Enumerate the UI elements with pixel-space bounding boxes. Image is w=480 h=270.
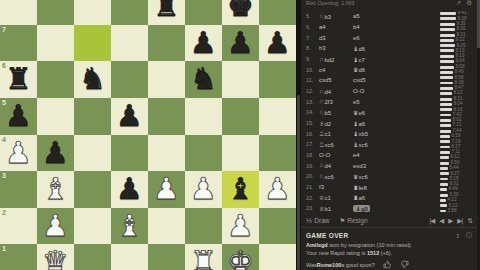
white-move[interactable]: ♕c1 bbox=[319, 194, 353, 201]
sportsmanship-row: Was Rome100 a good sport? bbox=[306, 260, 472, 269]
move-number: 19. bbox=[306, 163, 319, 169]
move-clocks: 8:588:38 bbox=[440, 76, 477, 86]
game-over-section: GAME OVER ⇪ ⓘ Amilxgd won by resignation… bbox=[301, 227, 477, 270]
white-move[interactable]: ♘d4 bbox=[319, 88, 353, 95]
piece-figurine: ♜ bbox=[353, 194, 358, 201]
square-e1[interactable]: e bbox=[148, 244, 185, 270]
white-time-bar bbox=[440, 204, 447, 207]
move-clocks: 9:419:38 bbox=[440, 11, 477, 21]
nav-forward-button[interactable]: ▶ bbox=[448, 217, 452, 225]
square-g5[interactable] bbox=[222, 98, 259, 135]
winner-name: Amilxgd bbox=[306, 242, 328, 248]
opening-name: Réti Opening: 1.Nf3 bbox=[306, 0, 354, 6]
piece-black-pawn-h7[interactable]: ♟ bbox=[259, 25, 296, 62]
black-time-bar bbox=[440, 28, 455, 31]
black-move[interactable]: e5 bbox=[353, 99, 387, 105]
black-time-bar bbox=[440, 210, 446, 213]
white-time-bar bbox=[440, 183, 448, 186]
move-row-17: 17.♖xc6♝xc67:296:37 bbox=[301, 139, 477, 150]
opponent-name: Rome100 bbox=[317, 262, 341, 268]
resign-button[interactable]: ⚑ Resign bbox=[339, 217, 367, 225]
square-b8[interactable] bbox=[37, 0, 74, 25]
white-time-bar bbox=[440, 34, 455, 37]
move-number: 17. bbox=[306, 141, 319, 147]
square-d8[interactable] bbox=[111, 0, 148, 25]
nav-last-button[interactable]: ▶| bbox=[457, 217, 462, 225]
app-window: 87654321abcdefgh♜♚♟♟♟♜♞♞♟♟♟♟♝♟♟♟♝♟♟♝♟♛♜♚… bbox=[0, 0, 480, 270]
piece-black-rook-e8[interactable]: ♜ bbox=[148, 0, 185, 25]
rank-label-1: 1 bbox=[2, 245, 6, 252]
piece-figurine: ♝ bbox=[353, 130, 358, 137]
black-time-bar bbox=[440, 199, 446, 202]
piece-figurine: ♘ bbox=[319, 162, 324, 169]
black-time: 3:58 bbox=[448, 209, 457, 214]
info-icon[interactable]: ⓘ bbox=[466, 231, 472, 240]
thumbs-up-button[interactable] bbox=[383, 260, 392, 269]
piece-black-knight-c6[interactable]: ♞ bbox=[74, 61, 111, 98]
piece-figurine: ♘ bbox=[319, 109, 324, 116]
white-move[interactable]: ♗d2 bbox=[319, 120, 353, 127]
black-time-bar bbox=[440, 124, 451, 127]
rank-label-2: 2 bbox=[2, 209, 6, 216]
black-time: 8:49 bbox=[455, 70, 464, 75]
piece-white-pawn-e3[interactable]: ♟ bbox=[148, 171, 185, 208]
black-time: 4:22 bbox=[448, 198, 457, 203]
square-h2[interactable] bbox=[259, 208, 296, 245]
piece-white-rook-f1[interactable]: ♜ bbox=[185, 244, 222, 270]
share-game-icon[interactable]: ⇪ bbox=[455, 232, 460, 239]
square-e2[interactable] bbox=[148, 208, 185, 245]
white-move[interactable]: ♘d4 bbox=[319, 162, 353, 169]
black-time-bar bbox=[440, 103, 452, 106]
piece-white-bishop-d2[interactable]: ♝ bbox=[111, 208, 148, 245]
chess-board[interactable]: 87654321abcdefgh♜♚♟♟♟♜♞♞♟♟♟♟♝♟♟♟♝♟♟♝♟♛♜♚ bbox=[0, 0, 296, 270]
black-time: 9:22 bbox=[456, 38, 465, 43]
piece-white-king-g1[interactable]: ♚ bbox=[222, 244, 259, 270]
black-time-bar bbox=[440, 39, 454, 42]
move-number: 20. bbox=[306, 173, 319, 179]
move-row-15: 15.♗d2♝a68:027:21 bbox=[301, 118, 477, 129]
white-time-bar bbox=[440, 44, 455, 47]
thumbs-down-button[interactable] bbox=[400, 260, 409, 269]
white-move[interactable]: a4 bbox=[319, 24, 353, 30]
black-time-bar bbox=[440, 92, 452, 95]
white-time-bar bbox=[440, 12, 456, 15]
black-time-bar bbox=[440, 167, 448, 170]
move-clocks: 6:014:49 bbox=[440, 182, 477, 192]
result-line: Amilxgd won by resignation (10 min rated… bbox=[306, 242, 472, 249]
move-number: 22. bbox=[306, 195, 319, 201]
square-a3[interactable]: 3 bbox=[0, 171, 37, 208]
piece-white-bishop-b3[interactable]: ♝ bbox=[37, 171, 74, 208]
square-e4[interactable] bbox=[148, 135, 185, 172]
move-clocks: 9:259:13 bbox=[440, 44, 477, 54]
game-over-title: GAME OVER ⇪ ⓘ bbox=[306, 231, 472, 240]
white-move[interactable]: O-O bbox=[319, 152, 353, 158]
black-time: 8:04 bbox=[454, 102, 463, 107]
white-move[interactable]: ♕b1 bbox=[319, 205, 353, 212]
piece-figurine: ♛ bbox=[353, 109, 358, 116]
piece-black-knight-f6[interactable]: ♞ bbox=[185, 61, 222, 98]
white-time-bar bbox=[440, 140, 450, 143]
move-clocks: 8:027:21 bbox=[440, 118, 477, 128]
square-d7[interactable] bbox=[111, 25, 148, 62]
white-move[interactable]: ♘b3 bbox=[319, 13, 353, 20]
square-c8[interactable] bbox=[74, 0, 111, 25]
current-move-chip[interactable]: ♝g3 bbox=[353, 205, 370, 212]
white-time-bar bbox=[440, 162, 449, 165]
move-number: 15. bbox=[306, 120, 319, 126]
move-clocks: 7:296:37 bbox=[440, 140, 477, 150]
square-h6[interactable] bbox=[259, 61, 296, 98]
black-move[interactable]: ♝xb5 bbox=[353, 130, 387, 137]
move-clocks: 6:275:15 bbox=[440, 172, 477, 182]
square-c1[interactable]: c bbox=[74, 244, 111, 270]
move-clocks: 9:359:30 bbox=[440, 22, 477, 32]
move-number: 5. bbox=[306, 13, 319, 19]
move-row-11: 11.cxd5cxd58:588:38 bbox=[301, 75, 477, 86]
black-move[interactable]: ♝a6 bbox=[353, 120, 387, 127]
piece-figurine: ♝ bbox=[353, 45, 358, 52]
black-time-bar bbox=[440, 17, 456, 20]
move-number: 14. bbox=[306, 109, 319, 115]
black-move[interactable]: ♝c7 bbox=[353, 56, 387, 63]
square-b6[interactable] bbox=[37, 61, 74, 98]
move-number: 8. bbox=[306, 45, 319, 51]
nav-first-button[interactable]: |◀ bbox=[429, 217, 434, 225]
black-move[interactable]: ♝xc6 bbox=[353, 141, 387, 148]
piece-figurine: ♝ bbox=[356, 205, 361, 212]
piece-white-pawn-a4[interactable]: ♟ bbox=[0, 135, 37, 172]
square-f8[interactable] bbox=[185, 0, 222, 25]
square-c3[interactable] bbox=[74, 171, 111, 208]
white-move[interactable]: h3 bbox=[319, 45, 353, 51]
black-move[interactable]: ♜fe8 bbox=[353, 184, 387, 191]
square-f2[interactable] bbox=[185, 208, 222, 245]
square-e6[interactable] bbox=[148, 61, 185, 98]
move-row-13: 13.♘2f3e58:318:04 bbox=[301, 96, 477, 107]
black-time-bar bbox=[440, 146, 450, 149]
square-e7[interactable] bbox=[148, 25, 185, 62]
move-list-panel: Réti Opening: 1.Nf3 ↗ ⚙ 5.♘b3a59:419:386… bbox=[301, 0, 477, 270]
piece-figurine: ♘ bbox=[319, 88, 324, 95]
square-g4[interactable] bbox=[222, 135, 259, 172]
black-move[interactable]: e6 bbox=[353, 35, 387, 41]
white-move[interactable]: cxd5 bbox=[319, 77, 353, 83]
nav-back-button[interactable]: ◀ bbox=[439, 217, 443, 225]
move-row-7: 7.d3e69:319:22 bbox=[301, 32, 477, 43]
square-a2[interactable]: 2 bbox=[0, 208, 37, 245]
black-move[interactable]: ♝d6 bbox=[353, 45, 387, 52]
move-number: 13. bbox=[306, 99, 319, 105]
black-time-bar bbox=[440, 114, 451, 117]
move-clocks: 7:116:12 bbox=[440, 150, 477, 160]
move-number: 11. bbox=[306, 77, 319, 83]
piece-white-pawn-b2[interactable]: ♟ bbox=[37, 208, 74, 245]
black-move[interactable]: cxd5 bbox=[353, 77, 387, 83]
piece-figurine: ♕ bbox=[319, 205, 324, 212]
white-time-bar bbox=[440, 108, 452, 111]
white-time-bar bbox=[440, 172, 449, 175]
white-move[interactable]: c4 bbox=[319, 67, 353, 73]
share-icon[interactable]: ↗ bbox=[456, 0, 461, 7]
move-row-14: 14.♘b5♛e68:167:42 bbox=[301, 107, 477, 118]
black-time-bar bbox=[440, 135, 450, 138]
white-move[interactable]: ♘b5 bbox=[319, 109, 353, 116]
square-a1[interactable]: 1a bbox=[0, 244, 37, 270]
move-list: 5.♘b3a59:419:386.a4b49:359:307.d3e69:319… bbox=[301, 11, 477, 214]
square-c5[interactable] bbox=[74, 98, 111, 135]
piece-figurine: ♖ bbox=[319, 130, 324, 137]
piece-black-pawn-d5[interactable]: ♟ bbox=[111, 98, 148, 135]
piece-figurine: ♛ bbox=[353, 173, 358, 180]
square-a7[interactable]: 7 bbox=[0, 25, 37, 62]
black-time-bar bbox=[440, 71, 453, 74]
white-move[interactable]: ♘xc6 bbox=[319, 173, 353, 180]
piece-figurine: ♘ bbox=[319, 173, 324, 180]
piece-figurine: ♘ bbox=[319, 98, 324, 105]
black-move[interactable]: O-O bbox=[353, 88, 387, 94]
square-g6[interactable] bbox=[222, 61, 259, 98]
move-number: 12. bbox=[306, 88, 319, 94]
piece-white-pawn-f3[interactable]: ♟ bbox=[185, 171, 222, 208]
move-clocks: 9:199:04 bbox=[440, 54, 477, 64]
piece-figurine: ♝ bbox=[353, 120, 358, 127]
black-move[interactable]: a5 bbox=[353, 13, 387, 19]
white-time-bar bbox=[440, 130, 451, 133]
move-clocks: 8:318:04 bbox=[440, 97, 477, 107]
black-move[interactable]: ♜a6 bbox=[353, 194, 387, 201]
piece-black-rook-a6[interactable]: ♜ bbox=[0, 61, 37, 98]
move-clocks: 6:505:44 bbox=[440, 161, 477, 171]
move-clocks: 5:364:22 bbox=[440, 193, 477, 203]
move-row-23: 23.♕b1♝g35:123:58 bbox=[301, 203, 477, 214]
square-d4[interactable] bbox=[111, 135, 148, 172]
scrollbar-thumb[interactable] bbox=[297, 95, 300, 270]
square-b5[interactable] bbox=[37, 98, 74, 135]
move-row-9: 9.♘bd2♝c79:199:04 bbox=[301, 54, 477, 65]
move-row-5: 5.♘b3a59:419:38 bbox=[301, 11, 477, 22]
rank-label-7: 7 bbox=[2, 26, 6, 33]
move-number: 23. bbox=[306, 205, 319, 211]
black-move[interactable]: exd3 bbox=[353, 163, 387, 169]
move-row-6: 6.a4b49:359:30 bbox=[301, 22, 477, 33]
move-clocks: 5:123:58 bbox=[440, 204, 477, 214]
square-f4[interactable] bbox=[185, 135, 222, 172]
black-time-bar bbox=[440, 60, 454, 63]
move-row-22: 22.♕c1♜a65:364:22 bbox=[301, 192, 477, 203]
piece-white-pawn-h3[interactable]: ♟ bbox=[259, 171, 296, 208]
move-number: 18. bbox=[306, 152, 319, 158]
square-c7[interactable] bbox=[74, 25, 111, 62]
black-time: 5:44 bbox=[450, 166, 459, 171]
square-a8[interactable]: 8 bbox=[0, 0, 37, 25]
black-move[interactable]: ♛e6 bbox=[353, 109, 387, 116]
piece-black-pawn-b4[interactable]: ♟ bbox=[37, 135, 74, 172]
move-number: 6. bbox=[306, 24, 319, 30]
move-row-19: 19.♘d4exd36:505:44 bbox=[301, 160, 477, 171]
move-clocks: 9:088:49 bbox=[440, 65, 477, 75]
square-f5[interactable] bbox=[185, 98, 222, 135]
white-move[interactable]: ♖xc6 bbox=[319, 141, 353, 148]
move-clocks: 8:478:22 bbox=[440, 86, 477, 96]
move-number: 16. bbox=[306, 131, 319, 137]
flag-icon: ⚑ bbox=[339, 217, 345, 225]
piece-figurine: ♘ bbox=[319, 13, 324, 20]
black-move[interactable]: ♛xc6 bbox=[353, 173, 387, 180]
piece-figurine: ♕ bbox=[319, 194, 324, 201]
piece-figurine: ♝ bbox=[353, 56, 358, 63]
square-h1[interactable]: h bbox=[259, 244, 296, 270]
new-rating: 1512 bbox=[367, 250, 379, 256]
piece-black-bishop-g3[interactable]: ♝ bbox=[222, 171, 259, 208]
piece-white-queen-b1[interactable]: ♛ bbox=[37, 244, 74, 270]
piece-figurine: ♖ bbox=[319, 141, 324, 148]
move-row-10: 10.c4♛d69:088:49 bbox=[301, 64, 477, 75]
black-time: 6:58 bbox=[452, 134, 461, 139]
piece-figurine: ♘ bbox=[319, 56, 324, 63]
move-clocks: 9:319:22 bbox=[440, 33, 477, 43]
piece-figurine: ♛ bbox=[353, 66, 358, 73]
piece-black-pawn-f7[interactable]: ♟ bbox=[185, 25, 222, 62]
piece-figurine: ♜ bbox=[353, 184, 358, 191]
black-time-bar bbox=[440, 82, 453, 85]
square-h4[interactable] bbox=[259, 135, 296, 172]
piece-white-pawn-g2[interactable]: ♟ bbox=[222, 208, 259, 245]
rating-line: Your new Rapid rating is 1512 (+6). bbox=[306, 250, 472, 257]
white-move[interactable]: ♘bd2 bbox=[319, 56, 353, 63]
half-point-icon: ½ bbox=[306, 217, 312, 225]
white-time-bar bbox=[440, 55, 454, 58]
game-controls: ½ Draw ⚑ Resign |◀ ◀ ▶ ▶| ⇅ bbox=[301, 214, 477, 227]
white-time-bar bbox=[440, 66, 454, 69]
move-row-16: 16.♖c1♝xb57:446:58 bbox=[301, 128, 477, 139]
white-move[interactable]: f3 bbox=[319, 184, 353, 190]
white-move[interactable]: ♖c1 bbox=[319, 130, 353, 137]
move-number: 7. bbox=[306, 35, 319, 41]
square-d1[interactable]: d bbox=[111, 244, 148, 270]
move-row-8: 8.h3♝d69:259:13 bbox=[301, 43, 477, 54]
settings-icon[interactable]: ⚙ bbox=[466, 0, 472, 7]
piece-black-king-g8[interactable]: ♚ bbox=[222, 0, 259, 25]
piece-black-pawn-d3[interactable]: ♟ bbox=[111, 171, 148, 208]
square-b7[interactable] bbox=[37, 25, 74, 62]
move-row-12: 12.♘d4O-O8:478:22 bbox=[301, 86, 477, 97]
move-clocks: 7:446:58 bbox=[440, 129, 477, 139]
black-move[interactable]: e4 bbox=[353, 152, 387, 158]
square-e5[interactable] bbox=[148, 98, 185, 135]
white-time-bar bbox=[440, 23, 455, 26]
black-move[interactable]: ♛d6 bbox=[353, 66, 387, 73]
white-time-bar bbox=[440, 87, 453, 90]
square-d6[interactable] bbox=[111, 61, 148, 98]
move-clocks: 8:167:42 bbox=[440, 108, 477, 118]
black-time-bar bbox=[440, 188, 447, 191]
black-time-bar bbox=[440, 49, 454, 52]
move-number: 9. bbox=[306, 56, 319, 62]
piece-figurine: ♝ bbox=[353, 141, 358, 148]
white-move[interactable]: d3 bbox=[319, 35, 353, 41]
rank-label-3: 3 bbox=[2, 172, 6, 179]
black-time-bar bbox=[440, 178, 448, 181]
square-h8[interactable] bbox=[259, 0, 296, 25]
black-move[interactable]: ♝g3 bbox=[353, 205, 370, 212]
piece-black-pawn-a5[interactable]: ♟ bbox=[0, 98, 37, 135]
white-time-bar bbox=[440, 119, 451, 122]
white-time-bar bbox=[440, 98, 452, 101]
black-move[interactable]: b4 bbox=[353, 24, 387, 30]
square-c2[interactable] bbox=[74, 208, 111, 245]
thumbs-up-icon bbox=[383, 260, 392, 269]
square-h5[interactable] bbox=[259, 98, 296, 135]
black-time-bar bbox=[440, 156, 449, 159]
draw-button[interactable]: ½ Draw bbox=[306, 217, 329, 225]
move-number: 10. bbox=[306, 67, 319, 73]
white-time-bar bbox=[440, 151, 450, 154]
white-time-bar bbox=[440, 194, 448, 197]
white-time-bar bbox=[440, 76, 453, 79]
thumbs-down-icon bbox=[400, 260, 409, 269]
white-move[interactable]: ♘2f3 bbox=[319, 98, 353, 105]
move-row-20: 20.♘xc6♛xc66:275:15 bbox=[301, 171, 477, 182]
move-row-18: 18.O-Oe47:116:12 bbox=[301, 150, 477, 161]
piece-black-pawn-g7[interactable]: ♟ bbox=[222, 25, 259, 62]
move-number: 21. bbox=[306, 184, 319, 190]
piece-figurine: ♗ bbox=[319, 120, 324, 127]
move-sort-icon[interactable]: ⇅ bbox=[468, 217, 472, 225]
square-c4[interactable] bbox=[74, 135, 111, 172]
move-row-21: 21.f3♜fe86:014:49 bbox=[301, 182, 477, 193]
opening-header: Réti Opening: 1.Nf3 ↗ ⚙ bbox=[301, 0, 477, 8]
